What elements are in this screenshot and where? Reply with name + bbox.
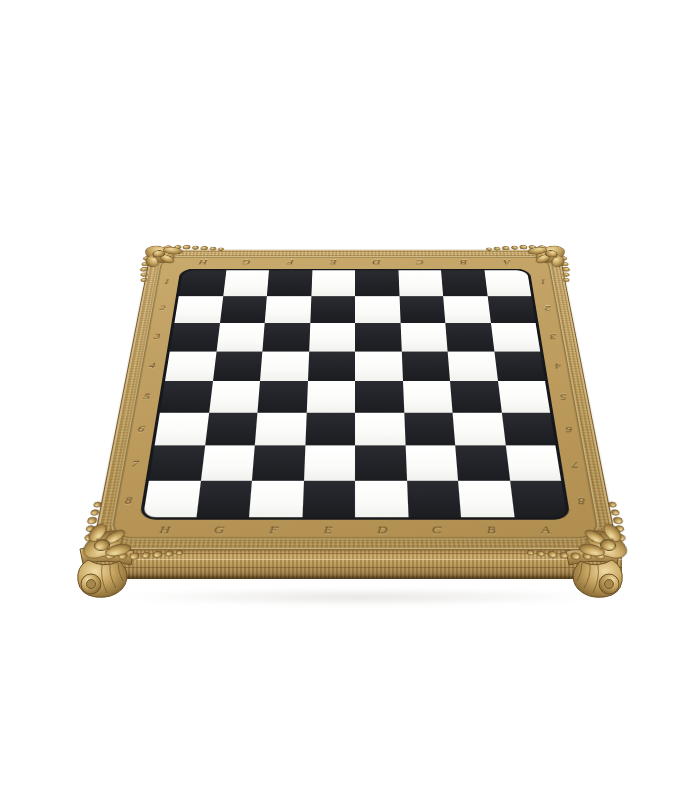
square-g5[interactable] [209,381,260,412]
square-g8[interactable] [196,480,252,517]
square-c4[interactable] [401,351,450,381]
square-d1[interactable] [355,270,399,296]
square-e4[interactable] [308,351,356,381]
square-c8[interactable] [407,480,462,517]
square-f5[interactable] [257,381,307,412]
square-a4[interactable] [494,351,545,381]
square-h6[interactable] [155,412,209,445]
square-f4[interactable] [260,351,309,381]
square-h5[interactable] [160,381,213,412]
square-c6[interactable] [404,412,455,445]
square-a5[interactable] [498,381,551,412]
square-e5[interactable] [306,381,355,412]
square-f6[interactable] [255,412,306,445]
square-g6[interactable] [205,412,258,445]
square-g3[interactable] [216,323,265,351]
square-c3[interactable] [400,323,447,351]
square-c2[interactable] [399,296,445,323]
square-h1[interactable] [179,270,226,296]
square-c5[interactable] [403,381,453,412]
square-d6[interactable] [355,412,405,445]
square-a2[interactable] [487,296,535,323]
square-f7[interactable] [252,445,305,480]
square-c1[interactable] [398,270,443,296]
square-d8[interactable] [355,480,408,517]
square-e6[interactable] [305,412,355,445]
square-g7[interactable] [200,445,254,480]
square-d4[interactable] [355,351,403,381]
square-d3[interactable] [355,323,401,351]
square-b8[interactable] [458,480,514,517]
square-h8[interactable] [143,480,200,517]
square-a6[interactable] [501,412,555,445]
square-h3[interactable] [170,323,220,351]
square-f1[interactable] [267,270,312,296]
square-f8[interactable] [249,480,304,517]
chess-board-grid [139,269,571,520]
square-b2[interactable] [443,296,490,323]
square-g4[interactable] [213,351,263,381]
square-b5[interactable] [450,381,501,412]
square-e8[interactable] [302,480,355,517]
square-a1[interactable] [484,270,531,296]
square-d5[interactable] [355,381,404,412]
square-h4[interactable] [165,351,216,381]
square-a7[interactable] [505,445,561,480]
square-e2[interactable] [310,296,355,323]
square-a3[interactable] [490,323,540,351]
square-c7[interactable] [405,445,458,480]
square-g1[interactable] [223,270,269,296]
square-g2[interactable] [220,296,267,323]
product-photo-scene: HGFEDCBA HGFEDCBA 12345678 12345678 [0,0,700,800]
square-e7[interactable] [303,445,355,480]
square-b6[interactable] [453,412,506,445]
square-b1[interactable] [441,270,487,296]
square-f2[interactable] [265,296,311,323]
square-d7[interactable] [355,445,407,480]
square-f3[interactable] [262,323,309,351]
square-h2[interactable] [174,296,222,323]
drop-shadow [118,588,604,606]
square-d2[interactable] [355,296,400,323]
square-b3[interactable] [445,323,494,351]
square-e3[interactable] [309,323,355,351]
square-b7[interactable] [455,445,509,480]
square-a8[interactable] [510,480,567,517]
scroll-foot-left [74,543,138,601]
board-base-plinth [92,546,622,579]
square-b4[interactable] [448,351,498,381]
chess-board: HGFEDCBA HGFEDCBA 12345678 12345678 [92,250,618,550]
square-e1[interactable] [311,270,355,296]
scroll-foot-right [562,543,626,601]
square-h7[interactable] [149,445,205,480]
